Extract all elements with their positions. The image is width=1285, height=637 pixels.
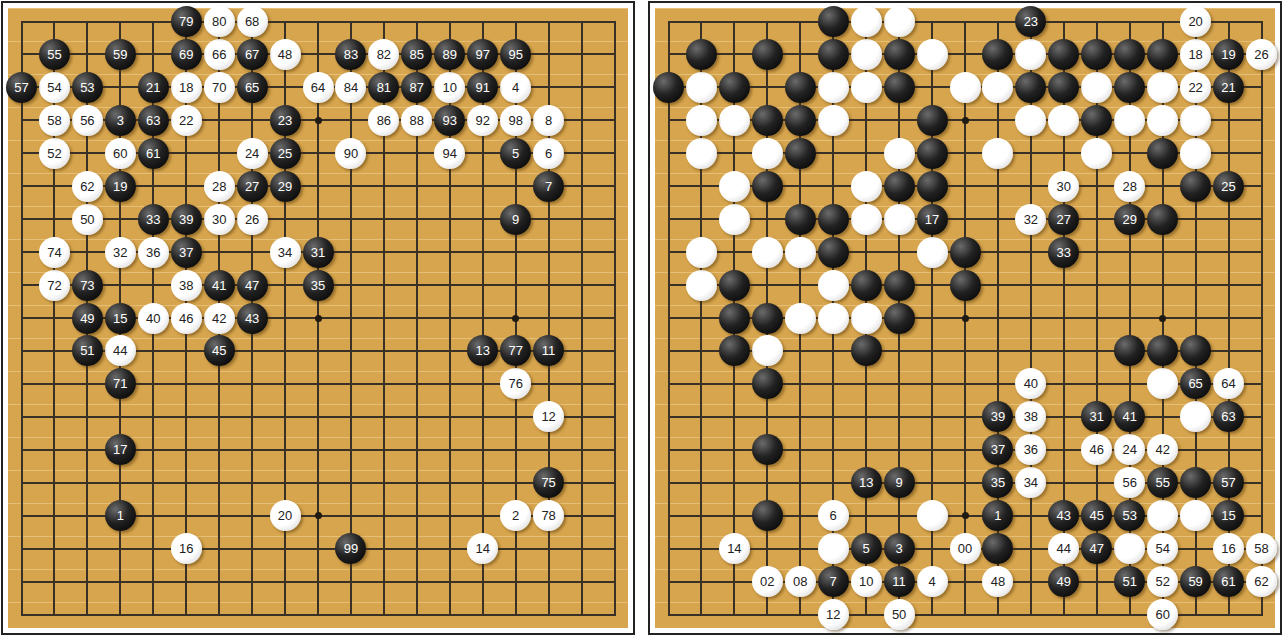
white-stone-move-8: 8 bbox=[533, 105, 564, 136]
move-number-label: 46 bbox=[1090, 443, 1104, 456]
move-number-label: 51 bbox=[1122, 575, 1136, 588]
black-stone bbox=[917, 105, 948, 136]
black-stone-move-21: 21 bbox=[138, 72, 169, 103]
move-number-label: 02 bbox=[760, 575, 774, 588]
move-number-label: 27 bbox=[1057, 213, 1071, 226]
move-number-label: 19 bbox=[113, 180, 127, 193]
move-number-label: 13 bbox=[475, 344, 489, 357]
black-stone-move-51: 51 bbox=[72, 335, 103, 366]
white-stone-move-84: 84 bbox=[335, 72, 366, 103]
black-stone-move-17: 17 bbox=[917, 204, 948, 235]
white-stone bbox=[785, 303, 816, 334]
white-stone bbox=[1147, 368, 1178, 399]
move-number-label: 00 bbox=[958, 542, 972, 555]
black-stone bbox=[719, 72, 750, 103]
move-number-label: 08 bbox=[793, 575, 807, 588]
black-stone-move-11: 11 bbox=[533, 335, 564, 366]
black-stone-move-9: 9 bbox=[884, 467, 915, 498]
move-number-label: 25 bbox=[278, 147, 292, 160]
black-stone-move-51: 51 bbox=[1114, 566, 1145, 597]
black-stone bbox=[1114, 39, 1145, 70]
white-stone-move-20: 20 bbox=[270, 500, 301, 531]
white-stone-move-6: 6 bbox=[533, 138, 564, 169]
move-number-label: 12 bbox=[541, 410, 555, 423]
white-stone-move-34: 34 bbox=[270, 237, 301, 268]
move-number-label: 74 bbox=[47, 246, 61, 259]
star-point bbox=[1159, 315, 1166, 322]
black-stone-move-83: 83 bbox=[335, 39, 366, 70]
white-stone-move-70: 70 bbox=[204, 72, 235, 103]
move-number-label: 86 bbox=[377, 114, 391, 127]
white-stone-move-22: 22 bbox=[171, 105, 202, 136]
black-stone-move-55: 55 bbox=[39, 39, 70, 70]
move-number-label: 83 bbox=[344, 48, 358, 61]
white-stone bbox=[884, 138, 915, 169]
white-stone-move-90: 90 bbox=[335, 138, 366, 169]
black-stone bbox=[785, 204, 816, 235]
move-number-label: 47 bbox=[1090, 542, 1104, 555]
white-stone-move-44: 44 bbox=[1048, 533, 1079, 564]
move-number-label: 24 bbox=[245, 147, 259, 160]
move-number-label: 52 bbox=[1155, 575, 1169, 588]
black-stone-move-71: 71 bbox=[105, 368, 136, 399]
move-number-label: 62 bbox=[1254, 575, 1268, 588]
move-number-label: 40 bbox=[1024, 377, 1038, 390]
move-number-label: 78 bbox=[541, 509, 555, 522]
move-number-label: 98 bbox=[508, 114, 522, 127]
white-stone bbox=[719, 204, 750, 235]
white-stone-move-82: 82 bbox=[368, 39, 399, 70]
white-stone bbox=[686, 72, 717, 103]
move-number-label: 55 bbox=[47, 48, 61, 61]
black-stone-move-39: 39 bbox=[982, 401, 1013, 432]
white-stone-move-2: 2 bbox=[500, 500, 531, 531]
black-stone-move-59: 59 bbox=[1180, 566, 1211, 597]
move-number-label: 16 bbox=[179, 542, 193, 555]
black-stone bbox=[752, 434, 783, 465]
move-number-label: 61 bbox=[146, 147, 160, 160]
white-stone-move-18: 18 bbox=[1180, 39, 1211, 70]
move-number-label: 59 bbox=[1188, 575, 1202, 588]
move-number-label: 69 bbox=[179, 48, 193, 61]
move-number-label: 49 bbox=[1057, 575, 1071, 588]
white-stone-move-88: 88 bbox=[401, 105, 432, 136]
move-number-label: 1 bbox=[994, 509, 1001, 522]
white-stone-move-22: 22 bbox=[1180, 72, 1211, 103]
move-number-label: 24 bbox=[1122, 443, 1136, 456]
move-number-label: 15 bbox=[113, 312, 127, 325]
move-number-label: 64 bbox=[1221, 377, 1235, 390]
white-stone-move-56: 56 bbox=[1114, 467, 1145, 498]
white-stone-move-52: 52 bbox=[1147, 566, 1178, 597]
white-stone-move-94: 94 bbox=[434, 138, 465, 169]
move-number-label: 15 bbox=[1221, 509, 1235, 522]
white-stone bbox=[818, 72, 849, 103]
black-stone-move-45: 45 bbox=[1081, 500, 1112, 531]
white-stone-move-16: 16 bbox=[1213, 533, 1244, 564]
move-number-label: 31 bbox=[311, 246, 325, 259]
black-stone-move-27: 27 bbox=[1048, 204, 1079, 235]
move-number-label: 29 bbox=[278, 180, 292, 193]
white-stone-move-56: 56 bbox=[72, 105, 103, 136]
white-stone-move-54: 54 bbox=[1147, 533, 1178, 564]
black-stone bbox=[1114, 335, 1145, 366]
black-stone bbox=[785, 105, 816, 136]
black-stone-move-33: 33 bbox=[138, 204, 169, 235]
move-number-label: 43 bbox=[1057, 509, 1071, 522]
black-stone-move-35: 35 bbox=[303, 270, 334, 301]
move-number-label: 58 bbox=[47, 114, 61, 127]
black-stone-move-63: 63 bbox=[1213, 401, 1244, 432]
white-stone bbox=[1114, 533, 1145, 564]
go-board-moves-1-99[interactable]: 1234567891011121314151617181920212223242… bbox=[8, 8, 628, 628]
star-point bbox=[315, 117, 322, 124]
move-number-label: 27 bbox=[245, 180, 259, 193]
black-stone-move-23: 23 bbox=[1015, 6, 1046, 37]
black-stone-move-19: 19 bbox=[105, 171, 136, 202]
black-stone bbox=[719, 303, 750, 334]
go-board-moves-100-165[interactable]: 0010234567089101112131415161718192021222… bbox=[655, 8, 1275, 628]
black-stone bbox=[1147, 138, 1178, 169]
move-number-label: 85 bbox=[410, 48, 424, 61]
move-number-label: 56 bbox=[1122, 476, 1136, 489]
white-stone bbox=[1180, 401, 1211, 432]
black-stone bbox=[950, 237, 981, 268]
move-number-label: 57 bbox=[1221, 476, 1235, 489]
black-stone-move-41: 41 bbox=[1114, 401, 1145, 432]
white-stone bbox=[1147, 500, 1178, 531]
black-stone bbox=[884, 39, 915, 70]
white-stone bbox=[785, 237, 816, 268]
white-stone bbox=[719, 105, 750, 136]
black-stone bbox=[884, 270, 915, 301]
black-stone-move-31: 31 bbox=[1081, 401, 1112, 432]
kifu-page: 1234567891011121314151617181920212223242… bbox=[0, 0, 1285, 637]
move-number-label: 38 bbox=[179, 279, 193, 292]
black-stone-move-43: 43 bbox=[1048, 500, 1079, 531]
white-stone-move-4: 4 bbox=[917, 566, 948, 597]
black-stone bbox=[1180, 171, 1211, 202]
white-stone-move-02: 02 bbox=[752, 566, 783, 597]
move-number-label: 23 bbox=[278, 114, 292, 127]
white-stone-move-78: 78 bbox=[533, 500, 564, 531]
move-number-label: 41 bbox=[1122, 410, 1136, 423]
black-stone bbox=[884, 72, 915, 103]
white-stone bbox=[752, 335, 783, 366]
black-stone bbox=[1180, 467, 1211, 498]
white-stone-move-76: 76 bbox=[500, 368, 531, 399]
black-stone-move-69: 69 bbox=[171, 39, 202, 70]
diagram-panel-moves-1-99: 1234567891011121314151617181920212223242… bbox=[1, 1, 635, 635]
move-number-label: 34 bbox=[1024, 476, 1038, 489]
move-number-label: 57 bbox=[14, 81, 28, 94]
move-number-label: 30 bbox=[212, 213, 226, 226]
black-stone bbox=[686, 39, 717, 70]
move-number-label: 28 bbox=[212, 180, 226, 193]
black-stone-move-19: 19 bbox=[1213, 39, 1244, 70]
black-stone-move-37: 37 bbox=[982, 434, 1013, 465]
black-stone bbox=[818, 237, 849, 268]
move-number-label: 43 bbox=[245, 312, 259, 325]
move-number-label: 60 bbox=[1155, 608, 1169, 621]
grid-line-horizontal bbox=[668, 416, 1263, 418]
white-stone bbox=[851, 303, 882, 334]
black-stone-move-15: 15 bbox=[1213, 500, 1244, 531]
black-stone-move-13: 13 bbox=[467, 335, 498, 366]
black-stone bbox=[1147, 335, 1178, 366]
move-number-label: 52 bbox=[47, 147, 61, 160]
white-stone-move-80: 80 bbox=[204, 6, 235, 37]
white-stone-move-40: 40 bbox=[1015, 368, 1046, 399]
move-number-label: 37 bbox=[179, 246, 193, 259]
black-stone-move-37: 37 bbox=[171, 237, 202, 268]
move-number-label: 30 bbox=[1057, 180, 1071, 193]
move-number-label: 4 bbox=[928, 575, 935, 588]
move-number-label: 51 bbox=[80, 344, 94, 357]
move-number-label: 89 bbox=[443, 48, 457, 61]
black-stone bbox=[785, 138, 816, 169]
black-stone-move-49: 49 bbox=[1048, 566, 1079, 597]
black-stone-move-65: 65 bbox=[1180, 368, 1211, 399]
white-stone-move-12: 12 bbox=[533, 401, 564, 432]
white-stone-move-14: 14 bbox=[719, 533, 750, 564]
move-number-label: 33 bbox=[1057, 246, 1071, 259]
white-stone-move-08: 08 bbox=[785, 566, 816, 597]
move-number-label: 36 bbox=[1024, 443, 1038, 456]
white-stone bbox=[752, 138, 783, 169]
white-stone bbox=[719, 171, 750, 202]
white-stone-move-64: 64 bbox=[303, 72, 334, 103]
move-number-label: 14 bbox=[475, 542, 489, 555]
move-number-label: 10 bbox=[443, 81, 457, 94]
black-stone-move-61: 61 bbox=[1213, 566, 1244, 597]
black-stone-move-59: 59 bbox=[105, 39, 136, 70]
white-stone bbox=[818, 270, 849, 301]
black-stone-move-77: 77 bbox=[500, 335, 531, 366]
black-stone-move-15: 15 bbox=[105, 303, 136, 334]
black-stone-move-25: 25 bbox=[270, 138, 301, 169]
white-stone-move-86: 86 bbox=[368, 105, 399, 136]
move-number-label: 9 bbox=[895, 476, 902, 489]
black-stone bbox=[653, 72, 684, 103]
move-number-label: 29 bbox=[1122, 213, 1136, 226]
black-stone-move-79: 79 bbox=[171, 6, 202, 37]
move-number-label: 79 bbox=[179, 15, 193, 28]
black-stone-move-75: 75 bbox=[533, 467, 564, 498]
white-stone-move-34: 34 bbox=[1015, 467, 1046, 498]
white-stone-move-62: 62 bbox=[72, 171, 103, 202]
black-stone bbox=[917, 138, 948, 169]
black-stone-move-21: 21 bbox=[1213, 72, 1244, 103]
white-stone bbox=[686, 138, 717, 169]
star-point bbox=[512, 315, 519, 322]
black-stone-move-27: 27 bbox=[237, 171, 268, 202]
white-stone bbox=[1114, 105, 1145, 136]
white-stone-move-60: 60 bbox=[105, 138, 136, 169]
move-number-label: 42 bbox=[212, 312, 226, 325]
move-number-label: 68 bbox=[245, 15, 259, 28]
black-stone bbox=[950, 270, 981, 301]
white-stone bbox=[1180, 500, 1211, 531]
black-stone-move-25: 25 bbox=[1213, 171, 1244, 202]
white-stone-move-92: 92 bbox=[467, 105, 498, 136]
grid-line-horizontal bbox=[21, 581, 616, 583]
black-stone-move-23: 23 bbox=[270, 105, 301, 136]
move-number-label: 70 bbox=[212, 81, 226, 94]
black-stone-move-91: 91 bbox=[467, 72, 498, 103]
move-number-label: 47 bbox=[245, 279, 259, 292]
move-number-label: 65 bbox=[245, 81, 259, 94]
move-number-label: 23 bbox=[1024, 15, 1038, 28]
white-stone-move-10: 10 bbox=[434, 72, 465, 103]
move-number-label: 7 bbox=[545, 180, 552, 193]
move-number-label: 77 bbox=[508, 344, 522, 357]
black-stone bbox=[818, 6, 849, 37]
move-number-label: 19 bbox=[1221, 48, 1235, 61]
black-stone bbox=[884, 171, 915, 202]
white-stone-move-30: 30 bbox=[1048, 171, 1079, 202]
move-number-label: 54 bbox=[47, 81, 61, 94]
black-stone bbox=[851, 335, 882, 366]
black-stone-move-87: 87 bbox=[401, 72, 432, 103]
move-number-label: 9 bbox=[512, 213, 519, 226]
black-stone-move-47: 47 bbox=[237, 270, 268, 301]
white-stone-move-58: 58 bbox=[1246, 533, 1277, 564]
move-number-label: 32 bbox=[113, 246, 127, 259]
move-number-label: 2 bbox=[512, 509, 519, 522]
move-number-label: 84 bbox=[344, 81, 358, 94]
move-number-label: 32 bbox=[1024, 213, 1038, 226]
black-stone-move-1: 1 bbox=[982, 500, 1013, 531]
black-stone-move-81: 81 bbox=[368, 72, 399, 103]
move-number-label: 18 bbox=[179, 81, 193, 94]
white-stone bbox=[1147, 105, 1178, 136]
white-stone-move-26: 26 bbox=[237, 204, 268, 235]
move-number-label: 50 bbox=[892, 608, 906, 621]
white-stone-move-28: 28 bbox=[1114, 171, 1145, 202]
star-point bbox=[315, 315, 322, 322]
black-stone-move-99: 99 bbox=[335, 533, 366, 564]
move-number-label: 17 bbox=[113, 443, 127, 456]
white-stone bbox=[686, 237, 717, 268]
move-number-label: 13 bbox=[859, 476, 873, 489]
white-stone-move-42: 42 bbox=[204, 303, 235, 334]
move-number-label: 48 bbox=[278, 48, 292, 61]
white-stone-move-36: 36 bbox=[138, 237, 169, 268]
move-number-label: 53 bbox=[1122, 509, 1136, 522]
move-number-label: 33 bbox=[146, 213, 160, 226]
white-stone bbox=[884, 6, 915, 37]
move-number-label: 40 bbox=[146, 312, 160, 325]
white-stone bbox=[917, 500, 948, 531]
black-stone-move-29: 29 bbox=[270, 171, 301, 202]
move-number-label: 63 bbox=[146, 114, 160, 127]
grid-line-vertical bbox=[1261, 21, 1263, 616]
move-number-label: 11 bbox=[542, 344, 556, 357]
black-stone-move-65: 65 bbox=[237, 72, 268, 103]
move-number-label: 80 bbox=[212, 15, 226, 28]
move-number-label: 31 bbox=[1090, 410, 1104, 423]
black-stone-move-57: 57 bbox=[1213, 467, 1244, 498]
white-stone-move-54: 54 bbox=[39, 72, 70, 103]
black-stone-move-53: 53 bbox=[72, 72, 103, 103]
move-number-label: 35 bbox=[991, 476, 1005, 489]
black-stone bbox=[752, 171, 783, 202]
move-number-label: 5 bbox=[512, 147, 519, 160]
white-stone bbox=[1015, 105, 1046, 136]
black-stone-move-95: 95 bbox=[500, 39, 531, 70]
white-stone bbox=[686, 270, 717, 301]
move-number-label: 7 bbox=[830, 575, 837, 588]
move-number-label: 95 bbox=[508, 48, 522, 61]
black-stone-move-53: 53 bbox=[1114, 500, 1145, 531]
grid-line-vertical bbox=[581, 21, 583, 616]
white-stone bbox=[1147, 72, 1178, 103]
black-stone bbox=[1048, 72, 1079, 103]
move-number-label: 11 bbox=[892, 575, 906, 588]
move-number-label: 21 bbox=[1221, 81, 1235, 94]
move-number-label: 16 bbox=[1221, 542, 1235, 555]
black-stone-move-49: 49 bbox=[72, 303, 103, 334]
star-point bbox=[962, 315, 969, 322]
move-number-label: 60 bbox=[113, 147, 127, 160]
white-stone bbox=[1081, 138, 1112, 169]
move-number-label: 5 bbox=[863, 542, 870, 555]
move-number-label: 91 bbox=[475, 81, 489, 94]
move-number-label: 35 bbox=[311, 279, 325, 292]
star-point bbox=[315, 512, 322, 519]
move-number-label: 10 bbox=[859, 575, 873, 588]
black-stone bbox=[1081, 39, 1112, 70]
white-stone bbox=[884, 204, 915, 235]
diagram-panel-moves-100-165: 0010234567089101112131415161718192021222… bbox=[648, 1, 1282, 635]
white-stone bbox=[950, 72, 981, 103]
move-number-label: 6 bbox=[830, 509, 837, 522]
move-number-label: 63 bbox=[1221, 410, 1235, 423]
move-number-label: 64 bbox=[311, 81, 325, 94]
white-stone-move-36: 36 bbox=[1015, 434, 1046, 465]
move-number-label: 58 bbox=[1254, 542, 1268, 555]
black-stone bbox=[1147, 39, 1178, 70]
black-stone-move-29: 29 bbox=[1114, 204, 1145, 235]
white-stone bbox=[1180, 105, 1211, 136]
move-number-label: 21 bbox=[146, 81, 160, 94]
black-stone bbox=[719, 335, 750, 366]
white-stone-move-26: 26 bbox=[1246, 39, 1277, 70]
black-stone-move-39: 39 bbox=[171, 204, 202, 235]
white-stone bbox=[851, 72, 882, 103]
white-stone-move-24: 24 bbox=[237, 138, 268, 169]
move-number-label: 88 bbox=[410, 114, 424, 127]
black-stone bbox=[1180, 335, 1211, 366]
move-number-label: 17 bbox=[925, 213, 939, 226]
black-stone-move-31: 31 bbox=[303, 237, 334, 268]
move-number-label: 38 bbox=[1024, 410, 1038, 423]
white-stone-move-50: 50 bbox=[884, 599, 915, 630]
move-number-label: 36 bbox=[146, 246, 160, 259]
white-stone-move-66: 66 bbox=[204, 39, 235, 70]
black-stone-move-11: 11 bbox=[884, 566, 915, 597]
black-stone-move-97: 97 bbox=[467, 39, 498, 70]
black-stone-move-47: 47 bbox=[1081, 533, 1112, 564]
white-stone-move-64: 64 bbox=[1213, 368, 1244, 399]
move-number-label: 73 bbox=[80, 279, 94, 292]
move-number-label: 54 bbox=[1155, 542, 1169, 555]
white-stone-move-58: 58 bbox=[39, 105, 70, 136]
grid-line-vertical bbox=[614, 21, 616, 616]
move-number-label: 34 bbox=[278, 246, 292, 259]
move-number-label: 1 bbox=[117, 509, 124, 522]
